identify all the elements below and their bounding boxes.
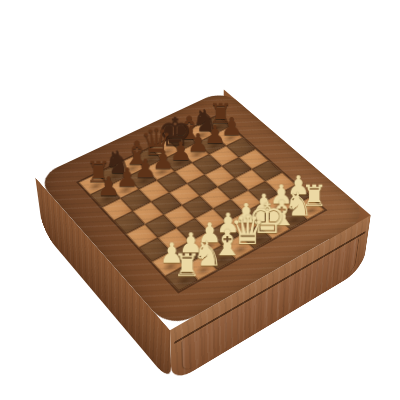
chess-set-scene: ♜♞♝♛♚♝♞♜♟♟♟♟♟♟♟♟♟♟♟♟♟♟♟♟♜♞♝♛♚♝♞♜ (0, 0, 400, 400)
wooden-chess-box: ♜♞♝♛♚♝♞♜♟♟♟♟♟♟♟♟♟♟♟♟♟♟♟♟♜♞♝♛♚♝♞♜ (35, 90, 370, 331)
white-rook-a1[interactable]: ♜ (173, 250, 197, 281)
product-photo-stage: ♜♞♝♛♚♝♞♜♟♟♟♟♟♟♟♟♟♟♟♟♟♟♟♟♜♞♝♛♚♝♞♜ (0, 0, 400, 400)
black-pawn-a7[interactable]: ♟ (97, 173, 119, 199)
